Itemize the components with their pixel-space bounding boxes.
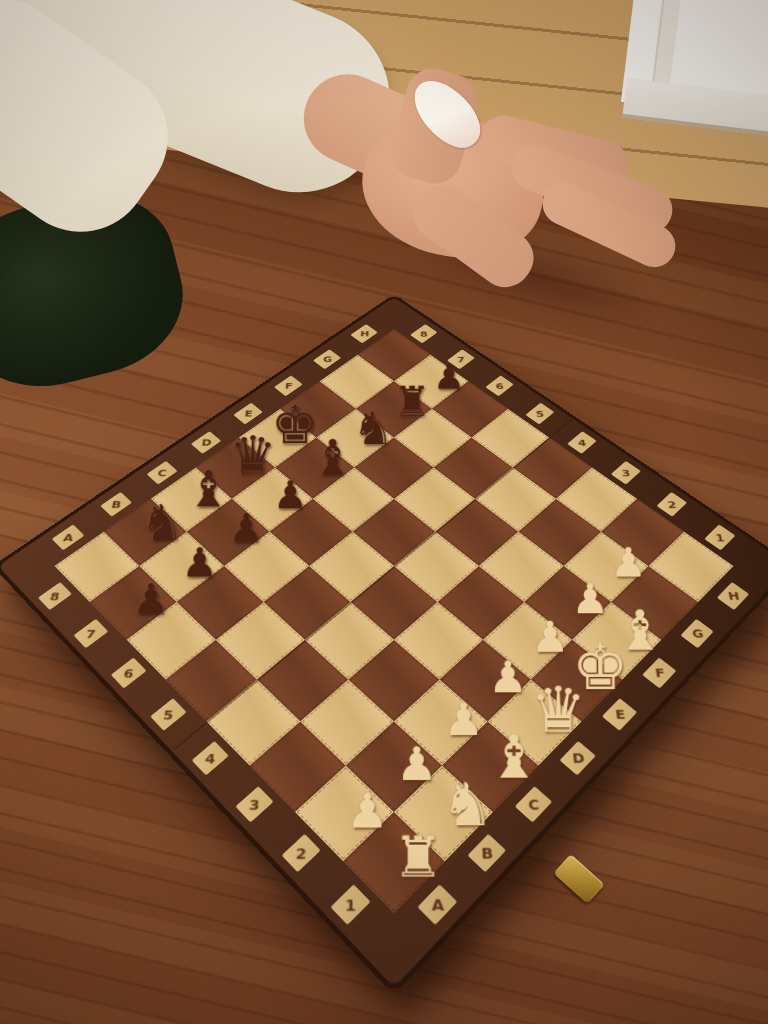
piece-black-knight-b8[interactable]: ♞ — [140, 498, 185, 547]
piece-black-pawn-c7[interactable]: ♟ — [228, 508, 264, 547]
file-label-E: E — [602, 698, 637, 731]
file-label-D: D — [560, 741, 596, 775]
piece-white-pawn-g2[interactable]: ♟ — [610, 542, 647, 582]
rank-label-8: 8 — [38, 582, 72, 610]
file-label-G: G — [313, 349, 341, 369]
piece-black-bishop-c8[interactable]: ♝ — [186, 464, 231, 514]
file-label-B: B — [468, 834, 507, 872]
file-label-G: G — [680, 619, 713, 648]
file-label-B: B — [100, 492, 132, 517]
rank-label-6: 6 — [111, 657, 147, 688]
rank-label-4: 4 — [192, 741, 229, 775]
piece-black-rook-g7[interactable]: ♜ — [393, 381, 430, 422]
file-label-A: A — [417, 884, 457, 925]
board-grid: ♞♝♛♚♟♟♟♟♝♞♜♟♟♟♟♟♟♟♟♜♞♝♛♚♝ — [55, 330, 734, 914]
piece-white-rook-a1[interactable]: ♜ — [393, 828, 443, 884]
piece-black-bishop-e7[interactable]: ♝ — [310, 433, 354, 482]
piece-black-pawn-a7[interactable]: ♟ — [132, 578, 169, 619]
rank-label-7: 7 — [74, 619, 109, 648]
rank-label-4: 4 — [567, 431, 596, 454]
file-label-A: A — [52, 524, 85, 550]
rank-label-1: 1 — [331, 884, 371, 925]
piece-white-pawn-e2[interactable]: ♟ — [531, 615, 569, 658]
rank-label-3: 3 — [611, 461, 641, 485]
rank-label-6: 6 — [485, 375, 513, 396]
rank-label-5: 5 — [150, 698, 186, 731]
file-label-C: C — [147, 461, 178, 485]
rank-label-3: 3 — [235, 786, 273, 822]
file-label-D: D — [191, 431, 221, 454]
file-label-H: H — [350, 324, 377, 343]
rank-label-1: 1 — [704, 524, 735, 550]
rank-label-5: 5 — [525, 403, 554, 425]
file-label-E: E — [233, 403, 262, 425]
piece-white-pawn-f2[interactable]: ♟ — [571, 578, 608, 619]
piece-black-pawn-b7[interactable]: ♟ — [181, 542, 218, 582]
rank-label-2: 2 — [282, 834, 321, 872]
piece-white-pawn-d2[interactable]: ♟ — [488, 655, 527, 699]
piece-white-bishop-c1[interactable]: ♝ — [487, 727, 541, 787]
file-label-F: F — [642, 657, 676, 688]
photo-scene: ABCDEFGH ABCDEFGH 87654321 87654321 ♞♝♛♚… — [0, 0, 768, 1024]
piece-black-pawn-d7[interactable]: ♟ — [273, 475, 308, 513]
piece-white-knight-b1[interactable]: ♞ — [441, 775, 494, 834]
piece-black-knight-f7[interactable]: ♞ — [352, 405, 393, 451]
piece-white-pawn-a2[interactable]: ♟ — [346, 787, 388, 835]
rank-label-2: 2 — [657, 492, 688, 517]
rank-label-8: 8 — [410, 324, 437, 343]
chess-board-wrap: ABCDEFGH ABCDEFGH 87654321 87654321 ♞♝♛♚… — [114, 286, 674, 846]
piece-white-pawn-c2[interactable]: ♟ — [443, 697, 483, 742]
piece-black-queen-d8[interactable]: ♛ — [229, 429, 277, 482]
piece-white-pawn-b2[interactable]: ♟ — [396, 740, 437, 786]
file-label-H: H — [717, 582, 749, 610]
file-label-C: C — [515, 786, 552, 822]
